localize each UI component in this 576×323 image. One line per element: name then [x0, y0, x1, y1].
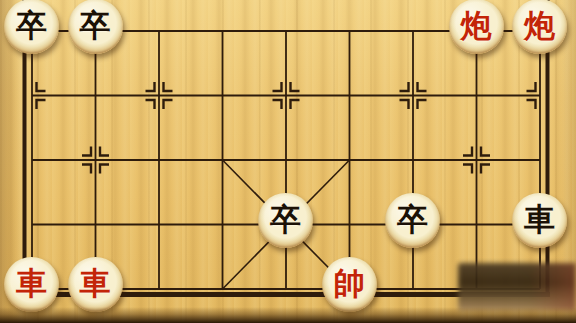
piece-red-chariot[interactable]: 車: [4, 257, 59, 312]
board-bottom-edge: [0, 307, 576, 323]
piece-glyph: 卒: [270, 204, 301, 235]
piece-glyph: 車: [80, 268, 111, 299]
piece-red-general[interactable]: 帥: [322, 257, 377, 312]
piece-red-cannon[interactable]: 炮: [449, 0, 504, 54]
piece-black-soldier[interactable]: 卒: [385, 193, 440, 248]
piece-red-cannon[interactable]: 炮: [512, 0, 567, 54]
piece-glyph: 卒: [80, 10, 111, 41]
piece-glyph: 卒: [16, 10, 47, 41]
piece-black-soldier[interactable]: 卒: [258, 193, 313, 248]
piece-glyph: 炮: [524, 10, 555, 41]
piece-glyph: 炮: [461, 10, 492, 41]
blurred-watermark: [458, 263, 576, 311]
piece-glyph: 車: [524, 204, 555, 235]
piece-glyph: 車: [16, 268, 47, 299]
piece-glyph: 卒: [397, 204, 428, 235]
piece-glyph: 帥: [334, 268, 365, 299]
piece-black-chariot[interactable]: 車: [512, 193, 567, 248]
piece-black-soldier[interactable]: 卒: [68, 0, 123, 54]
xiangqi-board: 卒卒炮炮卒卒車車車帥: [0, 0, 576, 323]
piece-red-chariot[interactable]: 車: [68, 257, 123, 312]
piece-black-soldier[interactable]: 卒: [4, 0, 59, 54]
